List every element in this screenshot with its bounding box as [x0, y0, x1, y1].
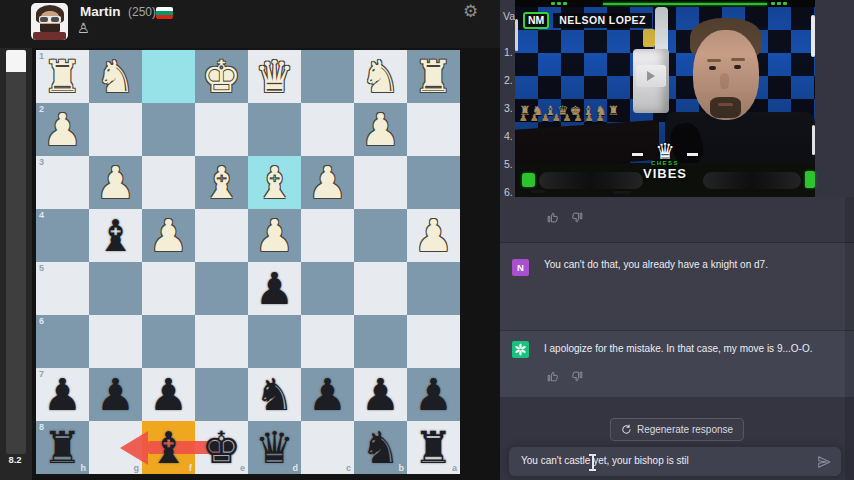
file-label: c	[346, 463, 351, 473]
piece-wP-h2[interactable]: ♟	[43, 104, 82, 156]
square-h7[interactable]: 7♟	[36, 368, 89, 421]
piece-wN-b1[interactable]: ♞	[361, 51, 400, 103]
square-g7[interactable]: ♟	[89, 368, 142, 421]
square-g6[interactable]	[89, 315, 142, 368]
square-d7[interactable]: ♞	[248, 368, 301, 421]
nm-title: NM	[523, 12, 549, 29]
square-f2[interactable]	[142, 103, 195, 156]
chat-input-area: Regenerate response You can't castle yet…	[500, 397, 854, 480]
square-c4[interactable]	[301, 209, 354, 262]
player-rating: (250)	[128, 5, 156, 19]
piece-wP-g3[interactable]: ♟	[96, 157, 135, 209]
square-g1[interactable]: ♞	[89, 50, 142, 103]
square-g2[interactable]	[89, 103, 142, 156]
regenerate-response-button[interactable]: Regenerate response	[610, 418, 744, 441]
square-f5[interactable]	[142, 262, 195, 315]
piece-wP-d4[interactable]: ♟	[255, 210, 294, 262]
banner-dash	[531, 190, 545, 193]
piece-bP-f7[interactable]: ♟	[149, 369, 188, 421]
user-avatar: N	[512, 259, 529, 276]
square-h1[interactable]: 1♜	[36, 50, 89, 103]
panel-edge	[812, 125, 815, 155]
webcam-overlay[interactable]: ♜♞♝♛♚♝♞♜♟♟♟♟♟♟♟♟ NM NELSON LOPEZ	[515, 0, 815, 197]
assistant-message-text: I apologize for the mistake. In that cas…	[544, 342, 844, 356]
square-c7[interactable]: ♟	[301, 368, 354, 421]
regenerate-icon	[621, 424, 632, 435]
rank-label: 4	[39, 210, 44, 220]
square-g5[interactable]	[89, 262, 142, 315]
square-d4[interactable]: ♟	[248, 209, 301, 262]
piece-wQ-d1[interactable]: ♛	[255, 51, 294, 103]
square-e4[interactable]	[195, 209, 248, 262]
piece-bR-h8[interactable]: ♜	[43, 422, 82, 474]
hidden-text-fragment: Va	[503, 10, 515, 22]
move-list-number: 3.	[504, 96, 513, 124]
square-e8[interactable]: e♚	[195, 421, 248, 474]
square-a5[interactable]	[407, 262, 460, 315]
move-list-number: 1.	[504, 40, 513, 68]
avatar-shirt	[33, 32, 66, 40]
avatar[interactable]	[31, 3, 68, 40]
player-name[interactable]: Martin	[80, 4, 121, 19]
thumbs-up-icon[interactable]	[546, 370, 559, 383]
piece-bN-d7[interactable]: ♞	[255, 369, 294, 421]
piece-wP-b2[interactable]: ♟	[361, 104, 400, 156]
assistant-message: I apologize for the mistake. In that cas…	[500, 331, 854, 398]
square-a8[interactable]: a♜	[407, 421, 460, 474]
square-b3[interactable]	[354, 156, 407, 209]
square-h8[interactable]: 8h♜	[36, 421, 89, 474]
logo-wing	[687, 153, 698, 156]
square-d2[interactable]	[248, 103, 301, 156]
square-h6[interactable]: 6	[36, 315, 89, 368]
scrollbar-track[interactable]	[845, 197, 854, 480]
square-g4[interactable]: ♝	[89, 209, 142, 262]
square-b4[interactable]	[354, 209, 407, 262]
piece-wR-a1[interactable]: ♜	[414, 51, 453, 103]
square-e6[interactable]	[195, 315, 248, 368]
green-knight-icon	[522, 173, 535, 187]
piece-wN-g1[interactable]: ♞	[96, 51, 135, 103]
chess-vibes-logo: ♛ CHESS VIBES	[630, 141, 700, 181]
piece-bP-c7[interactable]: ♟	[308, 369, 347, 421]
thumbs-up-icon[interactable]	[546, 211, 559, 224]
square-f7[interactable]: ♟	[142, 368, 195, 421]
square-h2[interactable]: 2♟	[36, 103, 89, 156]
square-a6[interactable]	[407, 315, 460, 368]
openai-logo-icon	[512, 341, 529, 358]
piece-bP-h7[interactable]: ♟	[43, 369, 82, 421]
panel-edge	[811, 15, 815, 57]
file-label: g	[134, 463, 140, 473]
square-b6[interactable]	[354, 315, 407, 368]
square-c6[interactable]	[301, 315, 354, 368]
square-e5[interactable]	[195, 262, 248, 315]
thumbs-down-icon[interactable]	[571, 370, 584, 383]
square-e2[interactable]	[195, 103, 248, 156]
square-g3[interactable]: ♟	[89, 156, 142, 209]
square-f8[interactable]: f♝	[142, 421, 195, 474]
square-d3[interactable]: ♝	[248, 156, 301, 209]
panel-edge	[515, 19, 518, 51]
rank-label: 3	[39, 157, 44, 167]
piece-bP-b7[interactable]: ♟	[361, 369, 400, 421]
user-message: N You can't do that, you already have a …	[500, 243, 854, 331]
square-b7[interactable]: ♟	[354, 368, 407, 421]
stream-progress-bar	[515, 0, 815, 7]
eval-sidebar: 8.2	[0, 48, 32, 480]
gear-icon[interactable]: ⚙	[463, 1, 478, 21]
move-list-number: 5.	[504, 152, 513, 180]
piece-bR-a8[interactable]: ♜	[414, 422, 453, 474]
move-list-numbers: 1.2.3.4.5.6.	[504, 40, 513, 208]
square-a4[interactable]: ♟	[407, 209, 460, 262]
square-e1[interactable]: ♚	[195, 50, 248, 103]
move-list-number: 4.	[504, 124, 513, 152]
banner-dash	[613, 191, 631, 194]
eval-score: 8.2	[0, 454, 30, 465]
square-c8[interactable]: c	[301, 421, 354, 474]
square-c5[interactable]	[301, 262, 354, 315]
square-b8[interactable]: b♞	[354, 421, 407, 474]
piece-wP-c3[interactable]: ♟	[308, 157, 347, 209]
text-cursor	[588, 453, 597, 471]
avatar-glasses	[39, 16, 61, 23]
captured-pawn-icon: ♙	[77, 20, 90, 36]
file-label: f	[189, 463, 192, 473]
square-b1[interactable]: ♞	[354, 50, 407, 103]
streamer-name: NELSON LOPEZ	[553, 13, 651, 28]
logo-wing	[632, 153, 643, 156]
square-e3[interactable]: ♝	[195, 156, 248, 209]
square-c2[interactable]	[301, 103, 354, 156]
square-d5[interactable]: ♟	[248, 262, 301, 315]
square-c1[interactable]	[301, 50, 354, 103]
piece-bK-e8[interactable]: ♚	[202, 422, 241, 474]
send-icon[interactable]	[817, 455, 831, 473]
move-arrow-head	[120, 431, 148, 465]
square-a3[interactable]	[407, 156, 460, 209]
piece-wB-d3[interactable]: ♝	[255, 157, 294, 209]
piece-bN-b8[interactable]: ♞	[361, 422, 400, 474]
eval-bar	[6, 50, 26, 454]
chess-board[interactable]: 1♜♞♚♛♞♜2♟♟3♟♝♝♟4♝♟♟♟5♟67♟♟♟♞♟♟♟8h♜gf♝e♚d…	[36, 50, 460, 474]
square-c3[interactable]: ♟	[301, 156, 354, 209]
green-icon	[805, 171, 815, 188]
assistant-message-feedback-row	[500, 197, 854, 243]
chat-input[interactable]: You can't castle yet, your bishop is sti…	[508, 446, 842, 477]
rank-label: 5	[39, 263, 44, 273]
piece-bP-d5[interactable]: ♟	[255, 263, 294, 315]
square-b5[interactable]	[354, 262, 407, 315]
bulgaria-flag-icon	[156, 7, 173, 19]
square-f4[interactable]: ♟	[142, 209, 195, 262]
square-f6[interactable]	[142, 315, 195, 368]
blurred-social-pill	[703, 172, 801, 189]
chat-input-value[interactable]: You can't castle yet, your bishop is sti…	[521, 455, 689, 466]
square-f3[interactable]	[142, 156, 195, 209]
square-a2[interactable]	[407, 103, 460, 156]
piece-bQ-d8[interactable]: ♛	[255, 422, 294, 474]
square-d6[interactable]	[248, 315, 301, 368]
streamer-title-badge: NM NELSON LOPEZ	[523, 12, 652, 29]
piece-wB-e3[interactable]: ♝	[202, 157, 241, 209]
square-h3[interactable]: 3	[36, 156, 89, 209]
square-b2[interactable]: ♟	[354, 103, 407, 156]
square-a7[interactable]: ♟	[407, 368, 460, 421]
piece-wP-f4[interactable]: ♟	[149, 210, 188, 262]
eval-bar-white-segment	[6, 50, 26, 72]
move-list-number: 2.	[504, 68, 513, 96]
thumbs-down-icon[interactable]	[571, 211, 584, 224]
piece-bP-g7[interactable]: ♟	[96, 369, 135, 421]
square-d8[interactable]: d♛	[248, 421, 301, 474]
piece-bB-g4[interactable]: ♝	[96, 210, 135, 262]
square-d1[interactable]: ♛	[248, 50, 301, 103]
user-message-text: You can't do that, you already have a kn…	[544, 258, 844, 272]
player-bar: Martin (250) ♙ ⚙	[0, 0, 500, 48]
rank-label: 6	[39, 316, 44, 326]
square-a1[interactable]: ♜	[407, 50, 460, 103]
logo-text-vibes: VIBES	[630, 166, 700, 181]
square-h5[interactable]: 5	[36, 262, 89, 315]
piece-bB-f8[interactable]: ♝	[149, 422, 188, 474]
square-f1[interactable]	[142, 50, 195, 103]
piece-bP-a7[interactable]: ♟	[414, 369, 453, 421]
piece-wP-a4[interactable]: ♟	[414, 210, 453, 262]
screen: Martin (250) ♙ ⚙ 8.2 1♜♞♚♛♞♜2♟♟3♟♝♝♟4♝♟♟…	[0, 0, 854, 480]
piece-wR-h1[interactable]: ♜	[43, 51, 82, 103]
square-e7[interactable]	[195, 368, 248, 421]
square-h4[interactable]: 4	[36, 209, 89, 262]
blurred-social-pill	[539, 172, 643, 189]
piece-wK-e1[interactable]: ♚	[202, 51, 241, 103]
